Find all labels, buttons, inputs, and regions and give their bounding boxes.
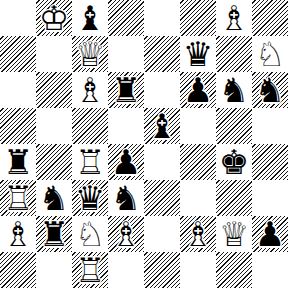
- square-d4[interactable]: ♟♟: [108, 144, 144, 180]
- square-d6[interactable]: ♜♜: [108, 72, 144, 108]
- black-knight: ♞♞: [252, 72, 288, 108]
- white-bishop: ♝♗: [180, 216, 216, 252]
- white-queen: ♛♕: [216, 216, 252, 252]
- square-a7[interactable]: [0, 36, 36, 72]
- square-g7[interactable]: [216, 36, 252, 72]
- square-e3[interactable]: [144, 180, 180, 216]
- square-f4[interactable]: [180, 144, 216, 180]
- square-c6[interactable]: ♝♗: [72, 72, 108, 108]
- white-bishop: ♝♗: [72, 72, 108, 108]
- white-queen: ♛♕: [72, 36, 108, 72]
- square-f3[interactable]: [180, 180, 216, 216]
- square-a3[interactable]: ♜♖: [0, 180, 36, 216]
- square-b2[interactable]: ♜♜: [36, 216, 72, 252]
- black-pawn: ♟♟: [252, 216, 288, 252]
- square-e2[interactable]: [144, 216, 180, 252]
- black-rook: ♜♜: [0, 144, 36, 180]
- square-e8[interactable]: [144, 0, 180, 36]
- black-rook: ♜♜: [108, 72, 144, 108]
- black-knight: ♞♞: [36, 180, 72, 216]
- square-h6[interactable]: ♞♞: [252, 72, 288, 108]
- square-g4[interactable]: ♚♚: [216, 144, 252, 180]
- white-rook: ♜♖: [72, 144, 108, 180]
- square-e6[interactable]: [144, 72, 180, 108]
- black-queen: ♛♛: [72, 180, 108, 216]
- square-a8[interactable]: [0, 0, 36, 36]
- square-d7[interactable]: [108, 36, 144, 72]
- square-g1[interactable]: [216, 252, 252, 288]
- square-a2[interactable]: ♝♗: [0, 216, 36, 252]
- black-pawn: ♟♟: [180, 72, 216, 108]
- white-bishop: ♝♗: [216, 0, 252, 36]
- square-h4[interactable]: [252, 144, 288, 180]
- square-h5[interactable]: [252, 108, 288, 144]
- square-e5[interactable]: ♝♝: [144, 108, 180, 144]
- black-rook: ♜♜: [36, 216, 72, 252]
- square-d2[interactable]: ♝♗: [108, 216, 144, 252]
- square-c8[interactable]: ♝♝: [72, 0, 108, 36]
- square-d8[interactable]: [108, 0, 144, 36]
- square-e7[interactable]: [144, 36, 180, 72]
- square-f5[interactable]: [180, 108, 216, 144]
- square-c1[interactable]: ♜♖: [72, 252, 108, 288]
- white-rook: ♜♖: [72, 252, 108, 288]
- square-b4[interactable]: [36, 144, 72, 180]
- square-h7[interactable]: ♞♘: [252, 36, 288, 72]
- square-c7[interactable]: ♛♕: [72, 36, 108, 72]
- square-g5[interactable]: [216, 108, 252, 144]
- square-a4[interactable]: ♜♜: [0, 144, 36, 180]
- square-g2[interactable]: ♛♕: [216, 216, 252, 252]
- square-d3[interactable]: ♞♞: [108, 180, 144, 216]
- square-d5[interactable]: [108, 108, 144, 144]
- square-g8[interactable]: ♝♗: [216, 0, 252, 36]
- square-b7[interactable]: [36, 36, 72, 72]
- white-bishop: ♝♗: [0, 216, 36, 252]
- square-f2[interactable]: ♝♗: [180, 216, 216, 252]
- square-f6[interactable]: ♟♟: [180, 72, 216, 108]
- black-pawn: ♟♟: [108, 144, 144, 180]
- square-b1[interactable]: [36, 252, 72, 288]
- square-h2[interactable]: ♟♟: [252, 216, 288, 252]
- white-bishop: ♝♗: [108, 216, 144, 252]
- square-h3[interactable]: [252, 180, 288, 216]
- square-g6[interactable]: ♞♞: [216, 72, 252, 108]
- square-a5[interactable]: [0, 108, 36, 144]
- black-knight: ♞♞: [216, 72, 252, 108]
- black-bishop: ♝♝: [72, 0, 108, 36]
- square-c5[interactable]: [72, 108, 108, 144]
- white-knight: ♞♘: [72, 216, 108, 252]
- black-bishop: ♝♝: [144, 108, 180, 144]
- black-knight: ♞♞: [108, 180, 144, 216]
- white-rook: ♜♖: [0, 180, 36, 216]
- square-c2[interactable]: ♞♘: [72, 216, 108, 252]
- square-f8[interactable]: [180, 0, 216, 36]
- white-knight: ♞♘: [252, 36, 288, 72]
- black-king: ♚♚: [216, 144, 252, 180]
- square-c4[interactable]: ♜♖: [72, 144, 108, 180]
- square-e4[interactable]: [144, 144, 180, 180]
- square-b5[interactable]: [36, 108, 72, 144]
- square-f1[interactable]: [180, 252, 216, 288]
- square-h1[interactable]: [252, 252, 288, 288]
- square-a1[interactable]: [0, 252, 36, 288]
- square-c3[interactable]: ♛♛: [72, 180, 108, 216]
- square-b8[interactable]: ♚♔: [36, 0, 72, 36]
- square-a6[interactable]: [0, 72, 36, 108]
- white-king: ♚♔: [36, 0, 72, 36]
- square-e1[interactable]: [144, 252, 180, 288]
- square-h8[interactable]: [252, 0, 288, 36]
- square-b6[interactable]: [36, 72, 72, 108]
- square-f7[interactable]: ♛♛: [180, 36, 216, 72]
- chess-board: ♚♔♝♝♝♗♛♕♛♛♞♘♝♗♜♜♟♟♞♞♞♞♝♝♜♜♜♖♟♟♚♚♜♖♞♞♛♛♞♞…: [0, 0, 288, 288]
- black-queen: ♛♛: [180, 36, 216, 72]
- square-b3[interactable]: ♞♞: [36, 180, 72, 216]
- square-g3[interactable]: [216, 180, 252, 216]
- square-d1[interactable]: [108, 252, 144, 288]
